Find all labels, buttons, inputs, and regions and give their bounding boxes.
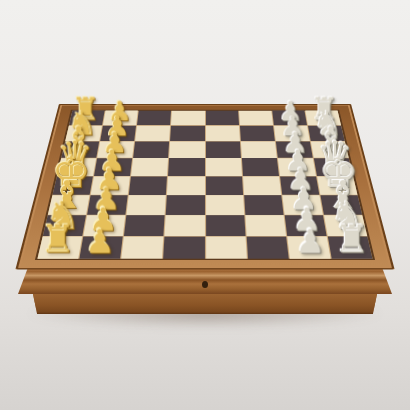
- board-perspective-wrapper: ♜♟♟♜♞♟♟♞♝♟♟♝♛♟♟♛♚♟♟♚♝♟♟♝♞♟♟♞♜♟♟♜: [0, 0, 410, 410]
- square-b4[interactable]: [170, 126, 204, 141]
- gold-pawn[interactable]: ♟: [85, 225, 114, 258]
- square-f5[interactable]: [206, 195, 244, 214]
- square-g4[interactable]: [165, 215, 205, 236]
- square-d5[interactable]: [205, 158, 241, 175]
- board-grid[interactable]: ♜♟♟♜♞♟♟♞♝♟♟♝♛♟♟♛♚♟♟♚♝♟♟♝♞♟♟♞♜♟♟♜: [35, 110, 375, 260]
- gold-rook[interactable]: ♜: [41, 220, 75, 258]
- square-f3[interactable]: [127, 195, 167, 214]
- square-b5[interactable]: [205, 126, 239, 141]
- square-a5[interactable]: [205, 111, 238, 126]
- square-e6[interactable]: [243, 176, 281, 194]
- square-f6[interactable]: [244, 195, 284, 214]
- square-d3[interactable]: [131, 158, 168, 175]
- square-h7[interactable]: ♟: [287, 237, 331, 259]
- square-c3[interactable]: [133, 142, 169, 158]
- square-d6[interactable]: [242, 158, 279, 175]
- square-h5[interactable]: [206, 237, 247, 259]
- square-a4[interactable]: [171, 111, 204, 126]
- square-h6[interactable]: [246, 237, 288, 259]
- square-c6[interactable]: [241, 142, 277, 158]
- square-a6[interactable]: [239, 111, 273, 126]
- square-c4[interactable]: [169, 142, 204, 158]
- square-g5[interactable]: [206, 215, 246, 236]
- square-g6[interactable]: [245, 215, 286, 236]
- silver-pawn[interactable]: ♟: [295, 225, 324, 258]
- square-h3[interactable]: [122, 237, 164, 259]
- square-e4[interactable]: [167, 176, 204, 194]
- chess-set-photo: ♜♟♟♜♞♟♟♞♝♟♟♝♛♟♟♛♚♟♟♚♝♟♟♝♞♟♟♞♜♟♟♜: [0, 0, 410, 410]
- silver-rook[interactable]: ♜: [335, 220, 369, 258]
- square-d4[interactable]: [168, 158, 204, 175]
- square-h1[interactable]: ♜: [37, 237, 82, 259]
- square-a3[interactable]: [137, 111, 171, 126]
- square-b6[interactable]: [240, 126, 275, 141]
- chess-board-frame: ♜♟♟♜♞♟♟♞♝♟♟♝♛♟♟♛♚♟♟♚♝♟♟♝♞♟♟♞♜♟♟♜: [15, 104, 394, 270]
- square-b3[interactable]: [135, 126, 170, 141]
- square-e3[interactable]: [129, 176, 167, 194]
- square-g3[interactable]: [124, 215, 165, 236]
- square-h4[interactable]: [164, 237, 205, 259]
- square-e5[interactable]: [206, 176, 243, 194]
- square-f4[interactable]: [166, 195, 204, 214]
- square-c5[interactable]: [205, 142, 240, 158]
- square-h8[interactable]: ♜: [328, 237, 373, 259]
- square-h2[interactable]: ♟: [80, 237, 124, 259]
